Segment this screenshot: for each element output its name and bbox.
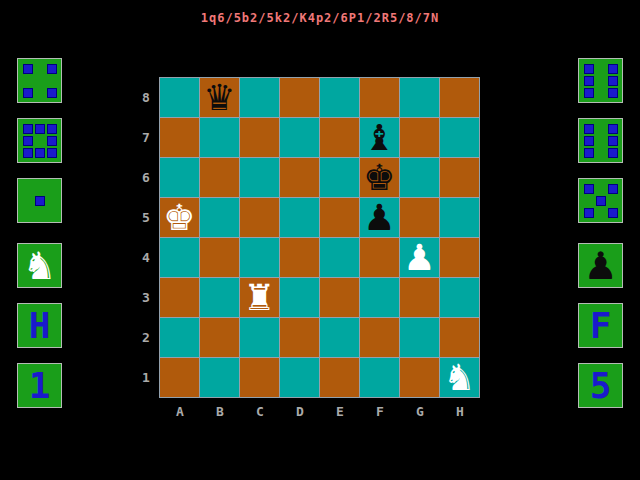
rank-label-8: 8 — [137, 78, 155, 118]
square-c5[interactable] — [240, 198, 279, 237]
square-a8[interactable] — [160, 78, 199, 117]
pip-cell — [34, 147, 45, 158]
piece-white-king[interactable]: ♚ — [163, 200, 195, 236]
square-h8[interactable] — [440, 78, 479, 117]
left-file-letter-icon[interactable]: H — [17, 303, 62, 348]
pip-cell — [46, 147, 57, 158]
square-d8[interactable] — [280, 78, 319, 117]
piece-black-queen[interactable]: ♛ — [203, 80, 235, 116]
square-b6[interactable] — [200, 158, 239, 197]
pip-cell — [595, 63, 606, 74]
die-pip — [608, 64, 618, 74]
pip-cell — [607, 147, 618, 158]
die-pip — [584, 208, 594, 218]
square-h7[interactable] — [440, 118, 479, 157]
square-d2[interactable] — [280, 318, 319, 357]
pip-cell — [34, 207, 45, 218]
square-h4[interactable] — [440, 238, 479, 277]
square-g6[interactable] — [400, 158, 439, 197]
pip-cell — [34, 195, 45, 206]
piece-black-king[interactable]: ♚ — [363, 160, 395, 196]
file-labels: ABCDEFGH — [160, 402, 480, 422]
square-c7[interactable] — [240, 118, 279, 157]
square-b2[interactable] — [200, 318, 239, 357]
square-g1[interactable] — [400, 358, 439, 397]
file-label-b: B — [200, 402, 240, 422]
piece-black-bishop[interactable]: ♝ — [363, 120, 395, 156]
square-g8[interactable] — [400, 78, 439, 117]
pip-cell — [22, 87, 33, 98]
pip-cell — [595, 183, 606, 194]
pip-cell — [583, 147, 594, 158]
square-e1[interactable] — [320, 358, 359, 397]
pip-cell — [22, 75, 33, 86]
square-c4[interactable] — [240, 238, 279, 277]
die-pip — [584, 76, 594, 86]
pip-cell — [583, 63, 594, 74]
square-d5[interactable] — [280, 198, 319, 237]
pip-cell — [595, 75, 606, 86]
pip-cell — [34, 75, 45, 86]
square-g5[interactable] — [400, 198, 439, 237]
square-c2[interactable] — [240, 318, 279, 357]
die-pip — [47, 148, 57, 158]
square-g3[interactable] — [400, 278, 439, 317]
file-label-f: F — [360, 402, 400, 422]
pip-cell — [22, 63, 33, 74]
pip-cell — [46, 207, 57, 218]
black-pawn-icon[interactable]: ♟ — [578, 243, 623, 288]
die-pip — [23, 124, 33, 134]
die-pip — [35, 148, 45, 158]
square-d7[interactable] — [280, 118, 319, 157]
pip-cell — [34, 87, 45, 98]
square-e8[interactable] — [320, 78, 359, 117]
piece-white-rook[interactable]: ♜ — [243, 280, 275, 316]
die-pip — [608, 136, 618, 146]
die-pip — [47, 88, 57, 98]
square-c6[interactable] — [240, 158, 279, 197]
file-label-a: A — [160, 402, 200, 422]
pip-cell — [607, 135, 618, 146]
square-e7[interactable] — [320, 118, 359, 157]
pip-cell — [595, 123, 606, 134]
die-8-icon[interactable] — [17, 118, 62, 163]
pip-cell — [22, 183, 33, 194]
die-pip — [596, 196, 606, 206]
pip-cell — [22, 135, 33, 146]
square-d4[interactable] — [280, 238, 319, 277]
square-f2[interactable] — [360, 318, 399, 357]
die-5-icon[interactable] — [578, 178, 623, 223]
pip-cell — [583, 195, 594, 206]
square-f1[interactable] — [360, 358, 399, 397]
pip-cell — [595, 87, 606, 98]
pip-cell — [607, 63, 618, 74]
square-h5[interactable] — [440, 198, 479, 237]
pip-cell — [607, 183, 618, 194]
pip-cell — [583, 75, 594, 86]
die-pip — [584, 148, 594, 158]
file-label-g: G — [400, 402, 440, 422]
pip-cell — [607, 123, 618, 134]
die-pip — [23, 88, 33, 98]
rank-label-7: 7 — [137, 118, 155, 158]
square-a2[interactable] — [160, 318, 199, 357]
die-pip — [608, 184, 618, 194]
die-pip — [23, 136, 33, 146]
die-pip — [608, 124, 618, 134]
piece-black-pawn[interactable]: ♟ — [363, 200, 395, 236]
pip-cell — [583, 123, 594, 134]
die-pip — [47, 124, 57, 134]
square-a7[interactable] — [160, 118, 199, 157]
square-g4[interactable]: ♟ — [400, 238, 439, 277]
pip-cell — [34, 123, 45, 134]
pip-cell — [595, 135, 606, 146]
pip-cell — [46, 75, 57, 86]
rank-label-6: 6 — [137, 158, 155, 198]
pip-cell — [46, 123, 57, 134]
square-b7[interactable] — [200, 118, 239, 157]
square-e3[interactable] — [320, 278, 359, 317]
left-dice-stack — [17, 58, 62, 223]
die-pip — [23, 64, 33, 74]
square-f5[interactable]: ♟ — [360, 198, 399, 237]
pip-cell — [22, 195, 33, 206]
square-e4[interactable] — [320, 238, 359, 277]
square-e5[interactable] — [320, 198, 359, 237]
die-pip — [35, 124, 45, 134]
square-b1[interactable] — [200, 358, 239, 397]
square-a6[interactable] — [160, 158, 199, 197]
right-dice-stack — [578, 58, 623, 223]
die-6-icon[interactable] — [578, 58, 623, 103]
pip-cell — [583, 183, 594, 194]
left-panel: ♞ H 1 — [17, 58, 62, 423]
square-f8[interactable] — [360, 78, 399, 117]
white-knight-icon[interactable]: ♞ — [17, 243, 62, 288]
square-h2[interactable] — [440, 318, 479, 357]
square-h6[interactable] — [440, 158, 479, 197]
pip-cell — [34, 183, 45, 194]
chess-board: ♛♝♚♚♟♟♜♞ — [159, 77, 480, 398]
pip-cell — [607, 207, 618, 218]
square-c8[interactable] — [240, 78, 279, 117]
die-pip — [23, 148, 33, 158]
pip-cell — [595, 195, 606, 206]
pip-cell — [22, 207, 33, 218]
square-b3[interactable] — [200, 278, 239, 317]
pip-cell — [583, 87, 594, 98]
pip-cell — [583, 135, 594, 146]
pip-cell — [22, 123, 33, 134]
square-h1[interactable]: ♞ — [440, 358, 479, 397]
pip-cell — [595, 207, 606, 218]
file-label-e: E — [320, 402, 360, 422]
pip-cell — [46, 63, 57, 74]
piece-white-pawn[interactable]: ♟ — [403, 240, 435, 276]
pip-cell — [46, 135, 57, 146]
square-d6[interactable] — [280, 158, 319, 197]
die-pip — [608, 76, 618, 86]
square-f7[interactable]: ♝ — [360, 118, 399, 157]
square-a5[interactable]: ♚ — [160, 198, 199, 237]
square-h3[interactable] — [440, 278, 479, 317]
square-d1[interactable] — [280, 358, 319, 397]
square-c1[interactable] — [240, 358, 279, 397]
pip-cell — [46, 183, 57, 194]
file-label-d: D — [280, 402, 320, 422]
square-b5[interactable] — [200, 198, 239, 237]
pip-cell — [607, 195, 618, 206]
pip-cell — [595, 147, 606, 158]
pip-cell — [46, 87, 57, 98]
square-d3[interactable] — [280, 278, 319, 317]
square-e6[interactable] — [320, 158, 359, 197]
rank-label-5: 5 — [137, 198, 155, 238]
pip-cell — [34, 63, 45, 74]
right-panel: ♟ F 5 — [578, 58, 623, 423]
die-pip — [584, 136, 594, 146]
die-pip — [584, 184, 594, 194]
square-e2[interactable] — [320, 318, 359, 357]
pip-cell — [583, 207, 594, 218]
die-pip — [47, 64, 57, 74]
die-1-icon[interactable] — [17, 178, 62, 223]
die-pip — [35, 196, 45, 206]
die-pip — [584, 64, 594, 74]
fen-title: 1q6/5b2/5k2/K4p2/6P1/2R5/8/7N — [0, 11, 640, 25]
square-g2[interactable] — [400, 318, 439, 357]
die-6b-icon[interactable] — [578, 118, 623, 163]
die-pip — [584, 124, 594, 134]
file-label-c: C — [240, 402, 280, 422]
piece-white-knight[interactable]: ♞ — [443, 360, 475, 396]
die-pip — [608, 208, 618, 218]
pip-cell — [46, 195, 57, 206]
pip-cell — [607, 87, 618, 98]
die-pip — [608, 148, 618, 158]
pip-cell — [34, 135, 45, 146]
right-file-letter-icon[interactable]: F — [578, 303, 623, 348]
rank-label-2: 2 — [137, 318, 155, 358]
die-pip — [584, 88, 594, 98]
rank-label-1: 1 — [137, 358, 155, 398]
square-a1[interactable] — [160, 358, 199, 397]
square-f3[interactable] — [360, 278, 399, 317]
left-rank-digit-icon[interactable]: 1 — [17, 363, 62, 408]
square-b4[interactable] — [200, 238, 239, 277]
square-c3[interactable]: ♜ — [240, 278, 279, 317]
square-f6[interactable]: ♚ — [360, 158, 399, 197]
rank-label-3: 3 — [137, 278, 155, 318]
square-b8[interactable]: ♛ — [200, 78, 239, 117]
file-label-h: H — [440, 402, 480, 422]
rank-label-4: 4 — [137, 238, 155, 278]
square-f4[interactable] — [360, 238, 399, 277]
pip-cell — [22, 147, 33, 158]
die-pip — [608, 88, 618, 98]
square-g7[interactable] — [400, 118, 439, 157]
white-knight-glyph: ♞ — [22, 247, 56, 285]
pip-cell — [607, 75, 618, 86]
black-pawn-glyph: ♟ — [583, 247, 617, 285]
die-4-icon[interactable] — [17, 58, 62, 103]
square-a4[interactable] — [160, 238, 199, 277]
die-pip — [47, 136, 57, 146]
rank-labels: 87654321 — [137, 78, 155, 398]
right-rank-digit-icon[interactable]: 5 — [578, 363, 623, 408]
square-a3[interactable] — [160, 278, 199, 317]
